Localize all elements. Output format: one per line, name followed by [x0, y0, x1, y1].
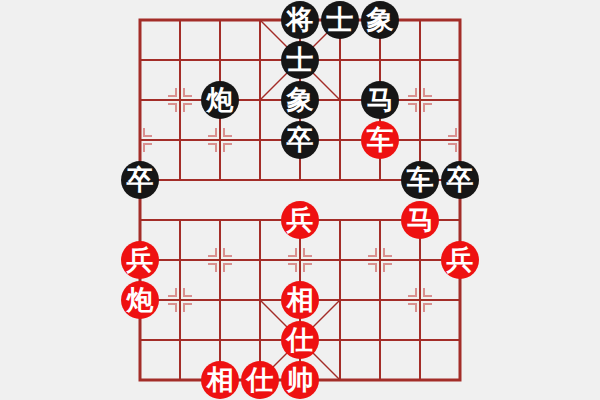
piece-glyph: 帅	[287, 361, 314, 399]
piece-black-advisor[interactable]: 士	[281, 41, 319, 79]
piece-glyph: 兵	[287, 201, 314, 239]
piece-red-horse[interactable]: 马	[401, 201, 439, 239]
piece-black-cannon[interactable]: 炮	[201, 81, 239, 119]
piece-layer: 将士象士炮象马卒车卒车卒兵马兵兵炮相仕相仕帅	[120, 0, 480, 400]
xiangqi-board[interactable]: 将士象士炮象马卒车卒车卒兵马兵兵炮相仕相仕帅	[0, 0, 600, 400]
piece-black-elephant[interactable]: 象	[361, 1, 399, 39]
piece-glyph: 兵	[447, 241, 474, 279]
piece-red-advisor[interactable]: 仕	[281, 321, 319, 359]
piece-black-elephant[interactable]: 象	[281, 81, 319, 119]
piece-red-pawn[interactable]: 兵	[281, 201, 319, 239]
piece-glyph: 士	[287, 41, 314, 79]
piece-black-pawn[interactable]: 卒	[121, 161, 159, 199]
piece-glyph: 士	[327, 1, 354, 39]
piece-red-chariot[interactable]: 车	[361, 121, 399, 159]
piece-glyph: 将	[287, 1, 314, 39]
piece-black-advisor[interactable]: 士	[321, 1, 359, 39]
piece-glyph: 车	[367, 121, 394, 159]
piece-red-pawn[interactable]: 兵	[121, 241, 159, 279]
piece-red-advisor[interactable]: 仕	[241, 361, 279, 399]
piece-black-pawn[interactable]: 卒	[281, 121, 319, 159]
piece-red-general[interactable]: 帅	[281, 361, 319, 399]
piece-black-general[interactable]: 将	[281, 1, 319, 39]
piece-glyph: 象	[367, 1, 394, 39]
piece-glyph: 炮	[207, 81, 234, 119]
piece-black-horse[interactable]: 马	[361, 81, 399, 119]
piece-glyph: 马	[407, 201, 434, 239]
piece-glyph: 相	[207, 361, 234, 399]
piece-glyph: 象	[287, 81, 314, 119]
piece-glyph: 卒	[127, 161, 154, 199]
piece-glyph: 相	[287, 281, 314, 319]
piece-black-pawn[interactable]: 卒	[441, 161, 479, 199]
piece-glyph: 兵	[127, 241, 154, 279]
piece-glyph: 卒	[447, 161, 474, 199]
piece-red-elephant[interactable]: 相	[281, 281, 319, 319]
piece-black-chariot[interactable]: 车	[401, 161, 439, 199]
piece-red-cannon[interactable]: 炮	[121, 281, 159, 319]
piece-glyph: 马	[367, 81, 394, 119]
piece-red-elephant[interactable]: 相	[201, 361, 239, 399]
piece-glyph: 仕	[247, 361, 274, 399]
piece-glyph: 卒	[287, 121, 314, 159]
piece-glyph: 车	[407, 161, 434, 199]
piece-glyph: 炮	[127, 281, 154, 319]
piece-red-pawn[interactable]: 兵	[441, 241, 479, 279]
piece-glyph: 仕	[287, 321, 314, 359]
